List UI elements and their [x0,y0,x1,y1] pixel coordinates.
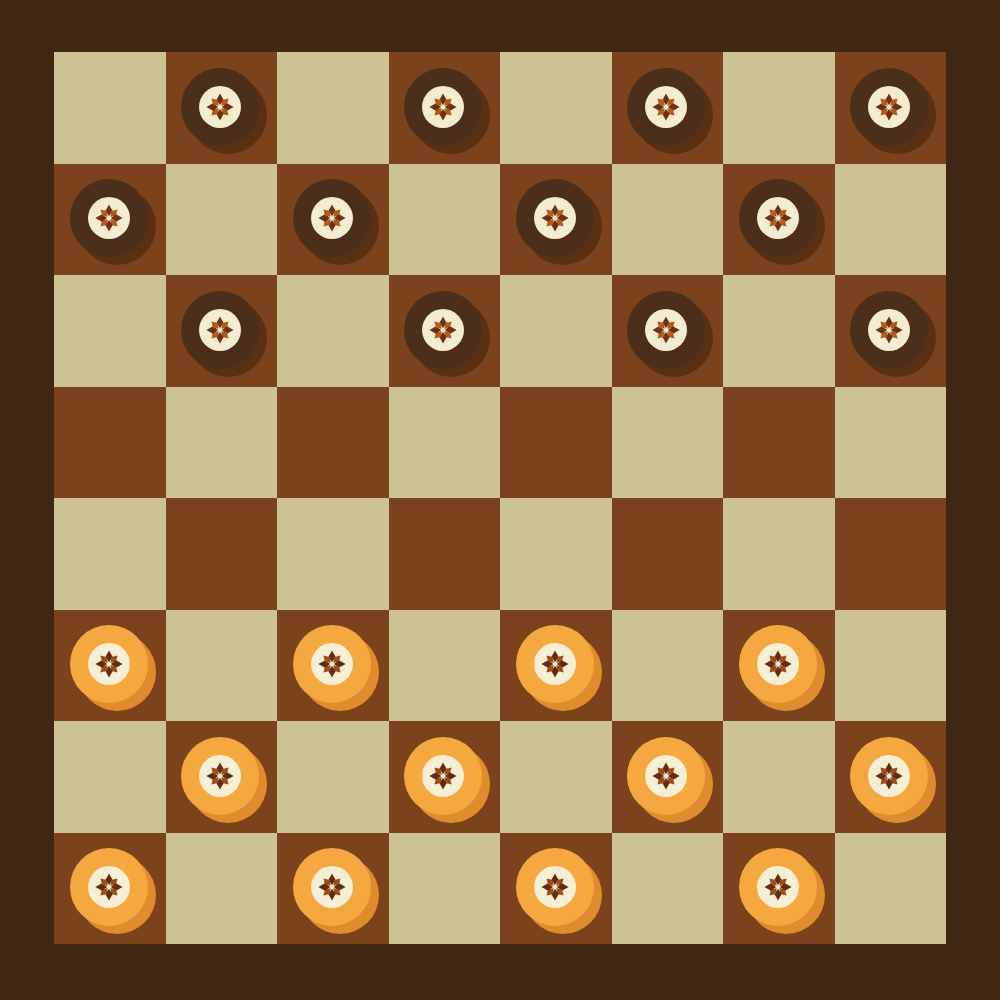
square-b7[interactable] [166,164,278,276]
orange-checker[interactable] [293,625,371,703]
flower-motif-icon [761,201,795,235]
flower-motif-icon [426,313,460,347]
square-a6[interactable] [54,275,166,387]
square-e5[interactable] [500,387,612,499]
square-g3[interactable] [723,610,835,722]
square-f7[interactable] [612,164,724,276]
flower-motif-icon [315,201,349,235]
dark-checker[interactable] [404,291,482,369]
square-b6[interactable] [166,275,278,387]
dark-checker[interactable] [739,179,817,257]
square-d5[interactable] [389,387,501,499]
square-h4[interactable] [835,498,947,610]
square-f8[interactable] [612,52,724,164]
flower-motif-icon [538,201,572,235]
square-h1[interactable] [835,833,947,945]
square-g2[interactable] [723,721,835,833]
orange-checker[interactable] [739,848,817,926]
square-c3[interactable] [277,610,389,722]
dark-checker[interactable] [850,291,928,369]
square-b1[interactable] [166,833,278,945]
square-b4[interactable] [166,498,278,610]
square-h2[interactable] [835,721,947,833]
square-a3[interactable] [54,610,166,722]
dark-checker[interactable] [404,68,482,146]
flower-motif-icon [315,870,349,904]
square-a4[interactable] [54,498,166,610]
square-b3[interactable] [166,610,278,722]
orange-checker[interactable] [404,737,482,815]
flower-motif-icon [538,870,572,904]
square-e1[interactable] [500,833,612,945]
flower-motif-icon [92,647,126,681]
square-b2[interactable] [166,721,278,833]
flower-motif-icon [203,90,237,124]
dark-checker[interactable] [627,68,705,146]
square-a8[interactable] [54,52,166,164]
orange-checker[interactable] [293,848,371,926]
square-g4[interactable] [723,498,835,610]
orange-checker[interactable] [70,848,148,926]
flower-motif-icon [92,201,126,235]
square-f4[interactable] [612,498,724,610]
flower-motif-icon [872,90,906,124]
flower-motif-icon [872,313,906,347]
square-c1[interactable] [277,833,389,945]
dark-checker[interactable] [516,179,594,257]
square-e8[interactable] [500,52,612,164]
square-d1[interactable] [389,833,501,945]
flower-motif-icon [649,90,683,124]
square-g8[interactable] [723,52,835,164]
square-f3[interactable] [612,610,724,722]
square-b8[interactable] [166,52,278,164]
square-d2[interactable] [389,721,501,833]
flower-motif-icon [538,647,572,681]
square-c4[interactable] [277,498,389,610]
square-b5[interactable] [166,387,278,499]
square-g1[interactable] [723,833,835,945]
flower-motif-icon [315,647,349,681]
square-c7[interactable] [277,164,389,276]
square-h3[interactable] [835,610,947,722]
square-e2[interactable] [500,721,612,833]
orange-checker[interactable] [739,625,817,703]
orange-checker[interactable] [627,737,705,815]
dark-checker[interactable] [850,68,928,146]
square-a1[interactable] [54,833,166,945]
orange-checker[interactable] [70,625,148,703]
square-g6[interactable] [723,275,835,387]
flower-motif-icon [649,759,683,793]
square-d8[interactable] [389,52,501,164]
square-g5[interactable] [723,387,835,499]
square-e3[interactable] [500,610,612,722]
flower-motif-icon [761,647,795,681]
square-f1[interactable] [612,833,724,945]
square-a7[interactable] [54,164,166,276]
square-c5[interactable] [277,387,389,499]
dark-checker[interactable] [181,291,259,369]
square-c8[interactable] [277,52,389,164]
square-a2[interactable] [54,721,166,833]
orange-checker[interactable] [181,737,259,815]
square-c2[interactable] [277,721,389,833]
checkers-board [54,52,946,944]
square-e7[interactable] [500,164,612,276]
square-f5[interactable] [612,387,724,499]
orange-checker[interactable] [516,625,594,703]
square-g7[interactable] [723,164,835,276]
flower-motif-icon [649,313,683,347]
square-d6[interactable] [389,275,501,387]
dark-checker[interactable] [70,179,148,257]
flower-motif-icon [203,759,237,793]
flower-motif-icon [761,870,795,904]
square-h8[interactable] [835,52,947,164]
square-a5[interactable] [54,387,166,499]
square-e6[interactable] [500,275,612,387]
square-h5[interactable] [835,387,947,499]
square-d4[interactable] [389,498,501,610]
board-frame [0,0,1000,1000]
square-f2[interactable] [612,721,724,833]
flower-motif-icon [203,313,237,347]
orange-checker[interactable] [516,848,594,926]
square-e4[interactable] [500,498,612,610]
flower-motif-icon [92,870,126,904]
flower-motif-icon [426,759,460,793]
square-d7[interactable] [389,164,501,276]
square-h7[interactable] [835,164,947,276]
orange-checker[interactable] [850,737,928,815]
square-f6[interactable] [612,275,724,387]
dark-checker[interactable] [181,68,259,146]
square-d3[interactable] [389,610,501,722]
flower-motif-icon [872,759,906,793]
square-h6[interactable] [835,275,947,387]
square-c6[interactable] [277,275,389,387]
dark-checker[interactable] [627,291,705,369]
dark-checker[interactable] [293,179,371,257]
flower-motif-icon [426,90,460,124]
